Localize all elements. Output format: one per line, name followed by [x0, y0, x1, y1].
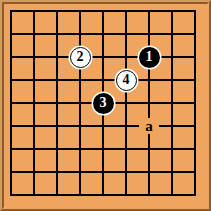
point-label-a: a — [139, 118, 159, 134]
stone-white-move-2: 2 — [70, 47, 91, 68]
grid-line-horizontal — [10, 148, 196, 150]
grid-line-horizontal — [10, 171, 196, 173]
grid-line-vertical — [148, 10, 150, 196]
stone-black-move-3: 3 — [93, 93, 114, 114]
grid-line-vertical — [125, 10, 127, 196]
grid-line-horizontal — [10, 125, 196, 127]
grid-line-vertical — [171, 10, 173, 196]
go-board: a1234 — [0, 0, 211, 211]
stone-black-move-1: 1 — [139, 47, 160, 68]
grid-line-vertical — [194, 10, 196, 196]
stone-white-move-4: 4 — [116, 70, 137, 91]
grid-line-horizontal — [10, 194, 196, 196]
go-board-grid: a1234 — [11, 11, 196, 196]
